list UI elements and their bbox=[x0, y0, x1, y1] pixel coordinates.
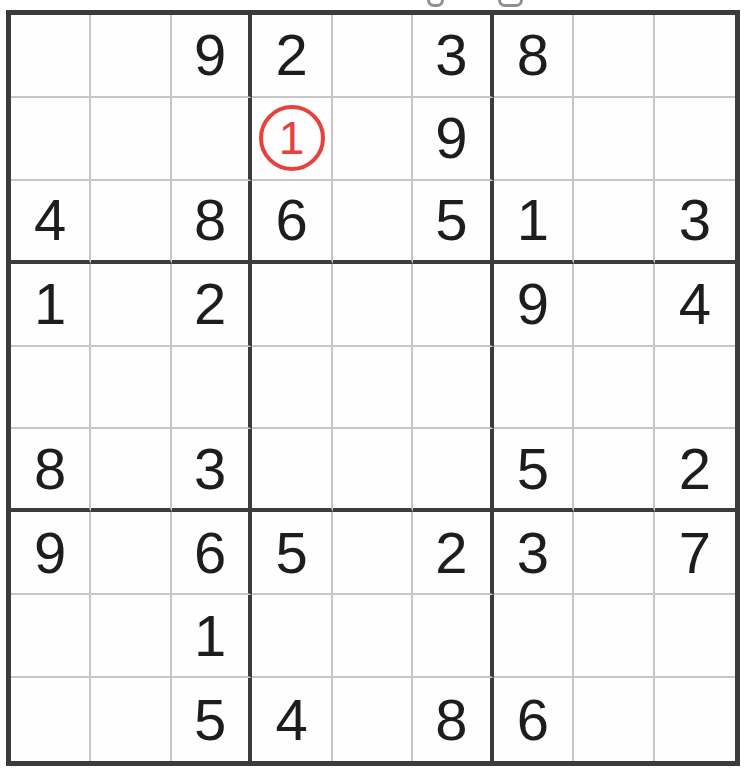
given-digit: 9 bbox=[34, 524, 66, 582]
cell-r9c8[interactable] bbox=[574, 678, 654, 761]
given-digit: 1 bbox=[34, 275, 66, 333]
cell-r6c3[interactable]: 3 bbox=[172, 429, 252, 512]
given-digit: 4 bbox=[679, 275, 711, 333]
given-digit: 1 bbox=[517, 191, 549, 249]
cell-r5c4[interactable] bbox=[252, 347, 332, 430]
cell-r3c8[interactable] bbox=[574, 181, 654, 264]
cell-r3c1[interactable]: 4 bbox=[11, 181, 91, 264]
cell-r7c4[interactable]: 5 bbox=[252, 512, 332, 595]
cut-off-glyph-fragment-left bbox=[427, 0, 444, 7]
cell-r6c7[interactable]: 5 bbox=[494, 429, 574, 512]
cell-r1c3[interactable]: 9 bbox=[172, 15, 252, 98]
cell-r8c8[interactable] bbox=[574, 595, 654, 678]
cell-r4c8[interactable] bbox=[574, 264, 654, 347]
cell-r6c4[interactable] bbox=[252, 429, 332, 512]
given-digit: 9 bbox=[435, 109, 467, 167]
cell-r5c2[interactable] bbox=[91, 347, 171, 430]
cell-r9c6[interactable]: 8 bbox=[413, 678, 493, 761]
cell-r7c6[interactable]: 2 bbox=[413, 512, 493, 595]
cell-r2c2[interactable] bbox=[91, 98, 171, 181]
cell-r8c4[interactable] bbox=[252, 595, 332, 678]
given-digit: 2 bbox=[679, 440, 711, 498]
cell-r7c7[interactable]: 3 bbox=[494, 512, 574, 595]
cell-r6c5[interactable] bbox=[333, 429, 413, 512]
given-digit: 6 bbox=[194, 524, 226, 582]
cell-r7c9[interactable]: 7 bbox=[655, 512, 735, 595]
cell-r5c3[interactable] bbox=[172, 347, 252, 430]
given-digit: 5 bbox=[435, 191, 467, 249]
given-digit: 8 bbox=[34, 440, 66, 498]
cell-r1c7[interactable]: 8 bbox=[494, 15, 574, 98]
given-digit: 2 bbox=[275, 26, 307, 84]
cell-r9c4[interactable]: 4 bbox=[252, 678, 332, 761]
cell-r3c2[interactable] bbox=[91, 181, 171, 264]
cell-r8c3[interactable]: 1 bbox=[172, 595, 252, 678]
given-digit: 9 bbox=[194, 26, 226, 84]
cell-r4c1[interactable]: 1 bbox=[11, 264, 91, 347]
cell-r4c6[interactable] bbox=[413, 264, 493, 347]
given-digit: 8 bbox=[517, 26, 549, 84]
given-digit: 5 bbox=[517, 440, 549, 498]
cut-off-glyph-fragment-right bbox=[498, 0, 523, 7]
cell-r5c8[interactable] bbox=[574, 347, 654, 430]
given-digit: 4 bbox=[275, 691, 307, 749]
circled-digit-mark: 1 bbox=[259, 105, 325, 171]
cell-r9c9[interactable] bbox=[655, 678, 735, 761]
cell-r5c7[interactable] bbox=[494, 347, 574, 430]
cell-r4c7[interactable]: 9 bbox=[494, 264, 574, 347]
cell-r9c3[interactable]: 5 bbox=[172, 678, 252, 761]
cell-r9c5[interactable] bbox=[333, 678, 413, 761]
cell-r8c2[interactable] bbox=[91, 595, 171, 678]
given-digit: 7 bbox=[679, 524, 711, 582]
given-digit: 2 bbox=[194, 275, 226, 333]
cell-r2c9[interactable] bbox=[655, 98, 735, 181]
cell-r3c4[interactable]: 6 bbox=[252, 181, 332, 264]
cell-r1c4[interactable]: 2 bbox=[252, 15, 332, 98]
cell-r7c8[interactable] bbox=[574, 512, 654, 595]
cell-r8c9[interactable] bbox=[655, 595, 735, 678]
cell-r8c5[interactable] bbox=[333, 595, 413, 678]
cell-r3c7[interactable]: 1 bbox=[494, 181, 574, 264]
cell-r6c1[interactable]: 8 bbox=[11, 429, 91, 512]
cell-r7c2[interactable] bbox=[91, 512, 171, 595]
cell-r2c7[interactable] bbox=[494, 98, 574, 181]
cell-r4c2[interactable] bbox=[91, 264, 171, 347]
cell-r1c6[interactable]: 3 bbox=[413, 15, 493, 98]
cell-r7c1[interactable]: 9 bbox=[11, 512, 91, 595]
cell-r6c2[interactable] bbox=[91, 429, 171, 512]
cell-r4c4[interactable] bbox=[252, 264, 332, 347]
cell-r3c6[interactable]: 5 bbox=[413, 181, 493, 264]
cell-r2c5[interactable] bbox=[333, 98, 413, 181]
cell-r1c9[interactable] bbox=[655, 15, 735, 98]
cell-r2c4[interactable]: 1 bbox=[252, 98, 332, 181]
cell-r8c6[interactable] bbox=[413, 595, 493, 678]
cell-r6c6[interactable] bbox=[413, 429, 493, 512]
cell-r8c1[interactable] bbox=[11, 595, 91, 678]
cell-r9c2[interactable] bbox=[91, 678, 171, 761]
given-digit: 3 bbox=[194, 440, 226, 498]
cell-r7c5[interactable] bbox=[333, 512, 413, 595]
cell-r1c2[interactable] bbox=[91, 15, 171, 98]
cell-r9c7[interactable]: 6 bbox=[494, 678, 574, 761]
entered-digit: 1 bbox=[279, 115, 305, 161]
given-digit: 9 bbox=[517, 275, 549, 333]
cell-r3c3[interactable]: 8 bbox=[172, 181, 252, 264]
cell-r7c3[interactable]: 6 bbox=[172, 512, 252, 595]
cell-r4c9[interactable]: 4 bbox=[655, 264, 735, 347]
given-digit: 8 bbox=[194, 191, 226, 249]
cell-r5c9[interactable] bbox=[655, 347, 735, 430]
cell-r6c9[interactable]: 2 bbox=[655, 429, 735, 512]
given-digit: 6 bbox=[517, 691, 549, 749]
cell-r8c7[interactable] bbox=[494, 595, 574, 678]
cell-r5c1[interactable] bbox=[11, 347, 91, 430]
cell-r2c6[interactable]: 9 bbox=[413, 98, 493, 181]
given-digit: 5 bbox=[194, 691, 226, 749]
cell-r9c1[interactable] bbox=[11, 678, 91, 761]
cell-r5c5[interactable] bbox=[333, 347, 413, 430]
given-digit: 6 bbox=[275, 191, 307, 249]
cell-r3c5[interactable] bbox=[333, 181, 413, 264]
cell-r2c1[interactable] bbox=[11, 98, 91, 181]
given-digit: 3 bbox=[517, 524, 549, 582]
given-digit: 5 bbox=[275, 524, 307, 582]
cell-r6c8[interactable] bbox=[574, 429, 654, 512]
given-digit: 4 bbox=[34, 191, 66, 249]
cell-r4c3[interactable]: 2 bbox=[172, 264, 252, 347]
given-digit: 1 bbox=[194, 607, 226, 665]
cell-r2c3[interactable] bbox=[172, 98, 252, 181]
given-digit: 3 bbox=[679, 191, 711, 249]
cell-r5c6[interactable] bbox=[413, 347, 493, 430]
given-digit: 8 bbox=[435, 691, 467, 749]
cell-r1c5[interactable] bbox=[333, 15, 413, 98]
given-digit: 2 bbox=[435, 524, 467, 582]
cell-r1c1[interactable] bbox=[11, 15, 91, 98]
cell-r3c9[interactable]: 3 bbox=[655, 181, 735, 264]
cell-r4c5[interactable] bbox=[333, 264, 413, 347]
cell-r1c8[interactable] bbox=[574, 15, 654, 98]
given-digit: 3 bbox=[435, 26, 467, 84]
cell-r2c8[interactable] bbox=[574, 98, 654, 181]
sudoku-board: 9238194865131294835296523715486 bbox=[6, 10, 740, 766]
sudoku-page: 9238194865131294835296523715486 bbox=[0, 0, 744, 772]
